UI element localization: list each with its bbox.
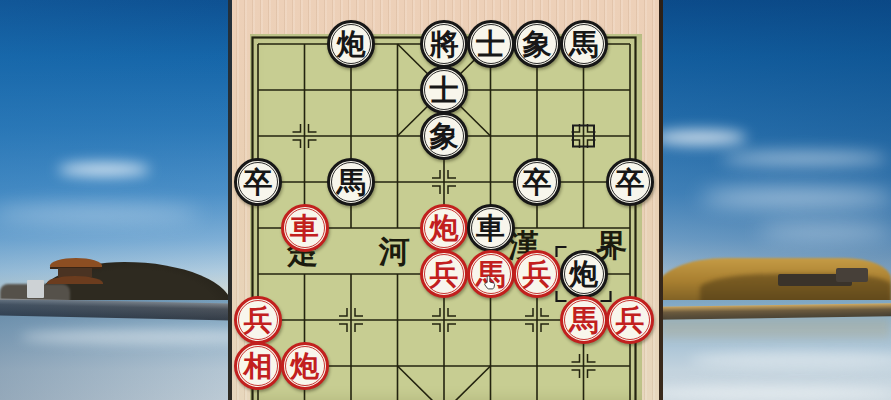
piece-red-兵[interactable]: 兵: [606, 296, 654, 344]
piece-black-炮[interactable]: 炮: [327, 20, 375, 68]
piece-black-象[interactable]: 象: [420, 112, 468, 160]
piece-red-馬[interactable]: 馬: [560, 296, 608, 344]
screenshot-root: 楚 河 漢 界 炮將士象馬士象卒馬卒卒車炮車兵馬兵炮兵馬兵相炮: [0, 0, 891, 400]
piece-black-將[interactable]: 將: [420, 20, 468, 68]
piece-black-車[interactable]: 車: [467, 204, 515, 252]
pieces-layer: 炮將士象馬士象卒馬卒卒車炮車兵馬兵炮兵馬兵相炮: [0, 0, 891, 400]
piece-black-象[interactable]: 象: [513, 20, 561, 68]
piece-black-卒[interactable]: 卒: [234, 158, 282, 206]
piece-red-馬[interactable]: 馬: [467, 250, 515, 298]
piece-red-炮[interactable]: 炮: [420, 204, 468, 252]
piece-black-士[interactable]: 士: [420, 66, 468, 114]
piece-black-卒[interactable]: 卒: [513, 158, 561, 206]
piece-black-馬[interactable]: 馬: [327, 158, 375, 206]
piece-red-相[interactable]: 相: [234, 342, 282, 390]
piece-black-馬[interactable]: 馬: [560, 20, 608, 68]
piece-black-炮[interactable]: 炮: [560, 250, 608, 298]
piece-red-炮[interactable]: 炮: [281, 342, 329, 390]
piece-black-士[interactable]: 士: [467, 20, 515, 68]
piece-black-卒[interactable]: 卒: [606, 158, 654, 206]
piece-red-兵[interactable]: 兵: [234, 296, 282, 344]
piece-red-兵[interactable]: 兵: [513, 250, 561, 298]
piece-red-兵[interactable]: 兵: [420, 250, 468, 298]
piece-red-車[interactable]: 車: [281, 204, 329, 252]
